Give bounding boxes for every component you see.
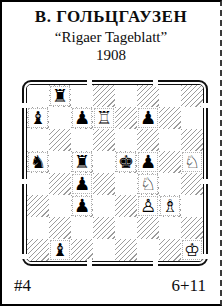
white-knight: ♘ — [138, 174, 158, 194]
square-a6 — [27, 129, 49, 151]
square-f7: ♟ — [137, 107, 159, 129]
square-h4 — [181, 173, 203, 195]
square-g2 — [159, 217, 181, 239]
frame-gap — [201, 254, 208, 259]
square-h5: ♘ — [181, 151, 203, 173]
frame-gap — [87, 259, 92, 266]
square-c3: ♟ — [71, 195, 93, 217]
frame-gap — [22, 103, 29, 108]
square-e6 — [115, 129, 137, 151]
frame-gap — [22, 254, 29, 259]
square-c2 — [71, 217, 93, 239]
white-bishop: ♗ — [160, 196, 180, 216]
frame-gap — [153, 80, 158, 87]
square-c4: ♟ — [71, 173, 93, 195]
chess-board: ♜♝♟♖♟♞♜♚♟♘♟♘♟♙♗♝♔ — [22, 80, 208, 266]
square-b3 — [49, 195, 71, 217]
square-e1 — [115, 239, 137, 261]
square-h1: ♔ — [181, 239, 203, 261]
black-knight: ♞ — [28, 152, 48, 172]
square-d3 — [93, 195, 115, 217]
publication-source: “Rigaer Tageblatt” — [2, 29, 220, 46]
square-f2 — [137, 217, 159, 239]
board-frame-inner: ♜♝♟♖♟♞♜♚♟♘♟♘♟♙♗♝♔ — [26, 84, 204, 262]
square-e8 — [115, 85, 137, 107]
black-rook: ♜ — [72, 152, 92, 172]
square-a1 — [27, 239, 49, 261]
square-g4 — [159, 173, 181, 195]
square-f4: ♘ — [137, 173, 159, 195]
square-g1 — [159, 239, 181, 261]
author-name: В. ГОЛЬЦГАУЗЕН — [2, 7, 220, 27]
white-knight: ♘ — [182, 152, 202, 172]
square-e4 — [115, 173, 137, 195]
frame-gap — [87, 80, 92, 87]
black-pawn: ♟ — [138, 108, 158, 128]
square-g3: ♗ — [159, 195, 181, 217]
frame-gap — [22, 179, 29, 184]
square-c6 — [71, 129, 93, 151]
square-g6 — [159, 129, 181, 151]
square-a4 — [27, 173, 49, 195]
white-rook: ♖ — [94, 108, 114, 128]
publication-year: 1908 — [2, 47, 220, 64]
white-pawn: ♙ — [138, 196, 158, 216]
square-d7: ♖ — [93, 107, 115, 129]
square-h6 — [181, 129, 203, 151]
black-pawn: ♟ — [72, 174, 92, 194]
square-f1 — [137, 239, 159, 261]
square-d8 — [93, 85, 115, 107]
square-g8 — [159, 85, 181, 107]
square-e5: ♚ — [115, 151, 137, 173]
square-b8: ♜ — [49, 85, 71, 107]
black-pawn: ♟ — [138, 152, 158, 172]
square-h3 — [181, 195, 203, 217]
problem-diagram-card: В. ГОЛЬЦГАУЗЕН “Rigaer Tageblatt” 1908 ♜… — [0, 0, 222, 306]
board-frame: ♜♝♟♖♟♞♜♚♟♘♟♘♟♙♗♝♔ — [22, 80, 208, 266]
frame-gap — [153, 259, 158, 266]
square-a2 — [27, 217, 49, 239]
stipulation-label: #4 — [14, 276, 31, 296]
square-f3: ♙ — [137, 195, 159, 217]
diagram-header: В. ГОЛЬЦГАУЗЕН “Rigaer Tageblatt” 1908 — [2, 2, 220, 64]
square-c8 — [71, 85, 93, 107]
square-b1: ♝ — [49, 239, 71, 261]
material-count-label: 6+11 — [172, 276, 206, 296]
square-b7 — [49, 107, 71, 129]
square-g7 — [159, 107, 181, 129]
square-h8 — [181, 85, 203, 107]
white-king: ♔ — [182, 240, 202, 260]
square-h2 — [181, 217, 203, 239]
square-h7 — [181, 107, 203, 129]
square-e7 — [115, 107, 137, 129]
frame-gap — [201, 179, 208, 184]
square-d5 — [93, 151, 115, 173]
black-pawn: ♟ — [72, 108, 92, 128]
square-f8 — [137, 85, 159, 107]
square-a3 — [27, 195, 49, 217]
black-bishop: ♝ — [28, 108, 48, 128]
black-pawn: ♟ — [72, 196, 92, 216]
square-b5 — [49, 151, 71, 173]
diagram-footer: #4 6+11 — [2, 276, 220, 304]
square-d2 — [93, 217, 115, 239]
square-b6 — [49, 129, 71, 151]
square-c5: ♜ — [71, 151, 93, 173]
black-bishop: ♝ — [50, 240, 70, 260]
square-d6 — [93, 129, 115, 151]
square-e2 — [115, 217, 137, 239]
square-g5 — [159, 151, 181, 173]
square-b4 — [49, 173, 71, 195]
black-rook: ♜ — [50, 86, 70, 106]
square-c1 — [71, 239, 93, 261]
frame-gap — [201, 103, 208, 108]
square-c7: ♟ — [71, 107, 93, 129]
square-a8 — [27, 85, 49, 107]
square-a7: ♝ — [27, 107, 49, 129]
square-e3 — [115, 195, 137, 217]
square-b2 — [49, 217, 71, 239]
black-king: ♚ — [116, 152, 136, 172]
square-f6 — [137, 129, 159, 151]
square-d4 — [93, 173, 115, 195]
square-f5: ♟ — [137, 151, 159, 173]
board-grid: ♜♝♟♖♟♞♜♚♟♘♟♘♟♙♗♝♔ — [27, 85, 203, 261]
square-a5: ♞ — [27, 151, 49, 173]
square-d1 — [93, 239, 115, 261]
